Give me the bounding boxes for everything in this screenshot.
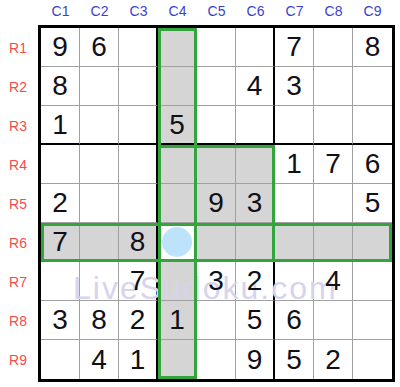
cell-r7c9[interactable] [353,262,392,301]
cell-r8c8[interactable] [314,301,353,340]
cell-r5c4[interactable] [158,184,197,223]
cell-r4c4[interactable] [158,145,197,184]
cell-digit: 8 [130,226,146,258]
cell-digit: 9 [247,344,263,376]
cell-digit: 1 [286,148,302,180]
cell-r7c3[interactable]: 7 [119,262,158,301]
cell-r4c9[interactable]: 6 [353,145,392,184]
cell-r9c6[interactable]: 9 [236,340,275,379]
row-headers: R1R2R3R4R5R6R7R8R9 [0,28,36,379]
cell-r2c7[interactable]: 3 [275,67,314,106]
cell-r8c9[interactable] [353,301,392,340]
cell-r8c1[interactable]: 3 [41,301,80,340]
cell-r3c4[interactable]: 5 [158,106,197,145]
cell-r3c9[interactable] [353,106,392,145]
cell-r5c5[interactable]: 9 [197,184,236,223]
cell-r1c2[interactable]: 6 [80,28,119,67]
cell-r1c8[interactable] [314,28,353,67]
cell-r9c3[interactable]: 1 [119,340,158,379]
cell-r7c8[interactable]: 4 [314,262,353,301]
cell-digit: 4 [325,265,341,297]
cell-digit: 1 [169,304,185,336]
cell-digit: 3 [52,304,68,336]
column-header-c8: C8 [314,3,353,19]
cell-r6c4[interactable] [158,223,197,262]
cell-r5c2[interactable] [80,184,119,223]
cell-r3c8[interactable] [314,106,353,145]
cell-r7c6[interactable]: 2 [236,262,275,301]
row-header-r4: R4 [0,145,36,184]
column-header-c3: C3 [119,3,158,19]
cell-r2c4[interactable] [158,67,197,106]
row-header-r9: R9 [0,340,36,379]
cell-r9c7[interactable]: 5 [275,340,314,379]
cell-r4c1[interactable] [41,145,80,184]
cell-digit: 6 [91,31,107,63]
cell-digit: 5 [169,109,185,141]
sudoku-app: C1C2C3C4C5C6C7C8C9 R1R2R3R4R5R6R7R8R9 96… [0,0,400,387]
cell-digit: 5 [365,187,381,219]
cell-digit: 8 [365,31,381,63]
sudoku-grid: 967884315176293578732438215641952 [41,28,392,379]
cell-r5c1[interactable]: 2 [41,184,80,223]
sudoku-board: 967884315176293578732438215641952 [38,25,395,382]
cell-r6c7[interactable] [275,223,314,262]
cell-r9c9[interactable] [353,340,392,379]
cell-digit: 6 [365,148,381,180]
cell-digit: 2 [130,304,146,336]
column-header-c4: C4 [158,3,197,19]
cell-r6c2[interactable] [80,223,119,262]
cell-digit: 2 [325,344,341,376]
cell-r7c2[interactable] [80,262,119,301]
row-header-r8: R8 [0,301,36,340]
cell-digit: 8 [52,70,68,102]
column-header-c9: C9 [353,3,392,19]
cell-r3c7[interactable] [275,106,314,145]
cell-digit: 3 [286,70,302,102]
cell-digit: 7 [130,265,146,297]
cell-digit: 8 [91,304,107,336]
column-header-c6: C6 [236,3,275,19]
cell-r2c1[interactable]: 8 [41,67,80,106]
cell-r1c5[interactable] [197,28,236,67]
cell-r8c2[interactable]: 8 [80,301,119,340]
row-header-r6: R6 [0,223,36,262]
column-header-c7: C7 [275,3,314,19]
cell-digit: 7 [286,31,302,63]
cell-digit: 5 [247,304,263,336]
cell-r1c9[interactable]: 8 [353,28,392,67]
cell-r9c5[interactable] [197,340,236,379]
column-header-c1: C1 [41,3,80,19]
column-header-c2: C2 [80,3,119,19]
cell-digit: 2 [52,187,68,219]
cell-digit: 1 [130,344,146,376]
cell-r1c3[interactable] [119,28,158,67]
cell-r4c8[interactable]: 7 [314,145,353,184]
cell-r3c5[interactable] [197,106,236,145]
cell-digit: 4 [247,70,263,102]
cell-r9c4[interactable] [158,340,197,379]
cell-digit: 1 [52,109,68,141]
cell-r3c1[interactable]: 1 [41,106,80,145]
cell-r6c1[interactable]: 7 [41,223,80,262]
cell-digit: 6 [286,304,302,336]
cell-r6c6[interactable] [236,223,275,262]
cell-digit: 5 [286,344,302,376]
cell-r1c7[interactable]: 7 [275,28,314,67]
cell-r5c3[interactable] [119,184,158,223]
cell-r1c4[interactable] [158,28,197,67]
cell-r4c7[interactable]: 1 [275,145,314,184]
row-header-r5: R5 [0,184,36,223]
cell-digit: 9 [208,187,224,219]
cell-r4c3[interactable] [119,145,158,184]
cell-r9c2[interactable]: 4 [80,340,119,379]
cell-digit: 3 [247,187,263,219]
cell-r4c2[interactable] [80,145,119,184]
column-header-c5: C5 [197,3,236,19]
cell-r2c6[interactable]: 4 [236,67,275,106]
column-headers: C1C2C3C4C5C6C7C8C9 [41,3,392,19]
selection-dot [162,227,192,257]
cell-r6c9[interactable] [353,223,392,262]
cell-r8c3[interactable]: 2 [119,301,158,340]
cell-r5c8[interactable] [314,184,353,223]
cell-digit: 9 [52,31,68,63]
cell-r6c8[interactable] [314,223,353,262]
row-header-r2: R2 [0,67,36,106]
cell-r5c6[interactable]: 3 [236,184,275,223]
cell-r6c3[interactable]: 8 [119,223,158,262]
cell-digit: 4 [91,344,107,376]
cell-r2c8[interactable] [314,67,353,106]
cell-r2c9[interactable] [353,67,392,106]
row-header-r1: R1 [0,28,36,67]
cell-r6c5[interactable] [197,223,236,262]
cell-digit: 7 [52,226,68,258]
cell-digit: 3 [208,265,224,297]
cell-r3c6[interactable] [236,106,275,145]
cell-r7c1[interactable] [41,262,80,301]
cell-r5c9[interactable]: 5 [353,184,392,223]
cell-r9c8[interactable]: 2 [314,340,353,379]
cell-r4c6[interactable] [236,145,275,184]
cell-r1c6[interactable] [236,28,275,67]
cell-r8c7[interactable]: 6 [275,301,314,340]
cell-r7c4[interactable] [158,262,197,301]
cell-r2c2[interactable] [80,67,119,106]
row-header-r7: R7 [0,262,36,301]
cell-r9c1[interactable] [41,340,80,379]
cell-r2c5[interactable] [197,67,236,106]
cell-digit: 2 [247,265,263,297]
cell-r7c7[interactable] [275,262,314,301]
cell-r3c3[interactable] [119,106,158,145]
row-header-r3: R3 [0,106,36,145]
cell-digit: 7 [325,148,341,180]
cell-r8c4[interactable]: 1 [158,301,197,340]
cell-r2c3[interactable] [119,67,158,106]
cell-r8c6[interactable]: 5 [236,301,275,340]
cell-r1c1[interactable]: 9 [41,28,80,67]
cell-r4c5[interactable] [197,145,236,184]
cell-r7c5[interactable]: 3 [197,262,236,301]
cell-r8c5[interactable] [197,301,236,340]
cell-r3c2[interactable] [80,106,119,145]
cell-r5c7[interactable] [275,184,314,223]
